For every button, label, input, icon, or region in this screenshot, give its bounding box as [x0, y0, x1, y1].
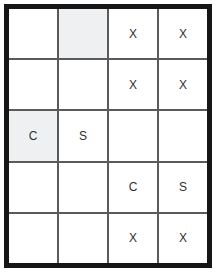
- cell-letter: X: [179, 79, 187, 91]
- grid-cell-r1c1[interactable]: [9, 9, 57, 58]
- grid-cell-r1c2[interactable]: [59, 9, 107, 58]
- grid-cell-r4c3[interactable]: C: [109, 163, 157, 212]
- grid-cell-r2c4[interactable]: X: [159, 60, 207, 109]
- cell-letter: S: [79, 130, 87, 142]
- cell-letter: X: [129, 79, 137, 91]
- grid-cell-r2c1[interactable]: [9, 60, 57, 109]
- cell-letter: C: [29, 130, 38, 142]
- grid-cell-r3c2[interactable]: S: [59, 111, 107, 160]
- cell-letter: X: [129, 28, 137, 40]
- cell-letter: X: [129, 232, 137, 244]
- grid-cell-r3c1[interactable]: C: [9, 111, 57, 160]
- grid-cell-r1c4[interactable]: X: [159, 9, 207, 58]
- cell-letter: X: [179, 232, 187, 244]
- grid-cell-r4c4[interactable]: S: [159, 163, 207, 212]
- grid-cell-r3c3[interactable]: [109, 111, 157, 160]
- grid-cell-r5c3[interactable]: X: [109, 214, 157, 263]
- grid-cell-r1c3[interactable]: X: [109, 9, 157, 58]
- puzzle-board-frame: XXXXCSCSXX: [4, 4, 212, 268]
- grid-cell-r5c4[interactable]: X: [159, 214, 207, 263]
- grid-cell-r4c1[interactable]: [9, 163, 57, 212]
- grid-cell-r2c2[interactable]: [59, 60, 107, 109]
- grid-cell-r2c3[interactable]: X: [109, 60, 157, 109]
- grid-cell-r5c2[interactable]: [59, 214, 107, 263]
- grid-cell-r4c2[interactable]: [59, 163, 107, 212]
- cell-letter: C: [129, 181, 138, 193]
- grid-cell-r3c4[interactable]: [159, 111, 207, 160]
- cell-letter: S: [179, 181, 187, 193]
- grid-cell-r5c1[interactable]: [9, 214, 57, 263]
- cell-letter: X: [179, 28, 187, 40]
- puzzle-grid: XXXXCSCSXX: [9, 9, 207, 263]
